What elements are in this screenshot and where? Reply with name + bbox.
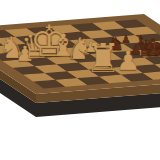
light-rook: ♜ (85, 38, 121, 78)
dark-pawn-2: ♟ (157, 44, 160, 57)
piece-layer: ♟♝♞♟♛♚♝♟♟♞♟♛♚♝♞♟♜ (0, 0, 160, 160)
chess-set-photo: ♟♝♞♟♛♚♝♟♟♞♟♛♚♝♞♟♜ (0, 0, 160, 160)
